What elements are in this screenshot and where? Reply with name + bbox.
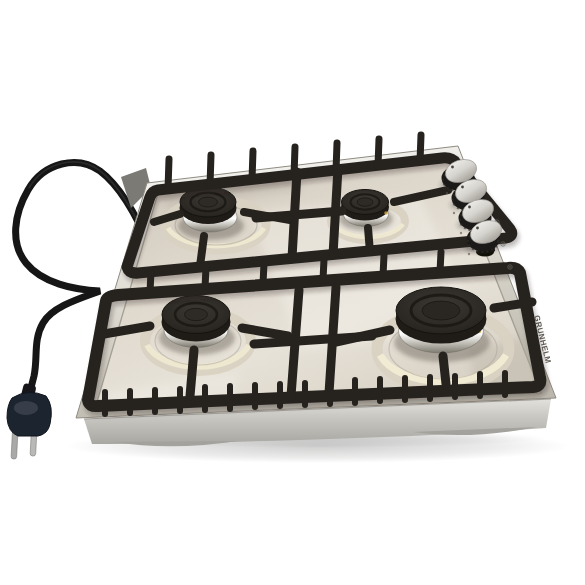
power-plug	[7, 383, 51, 459]
knob-indicator-dot	[476, 227, 479, 230]
knob-indicator-dot	[461, 186, 464, 189]
product-photo: GRUNHELM	[0, 0, 585, 585]
cap-center	[199, 197, 218, 207]
igniter-glint	[384, 211, 388, 215]
knob-indicator-dot	[451, 166, 454, 169]
cap-center	[422, 301, 460, 320]
knob-indicator-dot	[468, 206, 471, 209]
cap-center	[185, 308, 208, 320]
gas-hob-scene: GRUNHELM	[0, 0, 585, 585]
plug-sheen	[14, 401, 38, 415]
cap-center	[357, 198, 373, 206]
